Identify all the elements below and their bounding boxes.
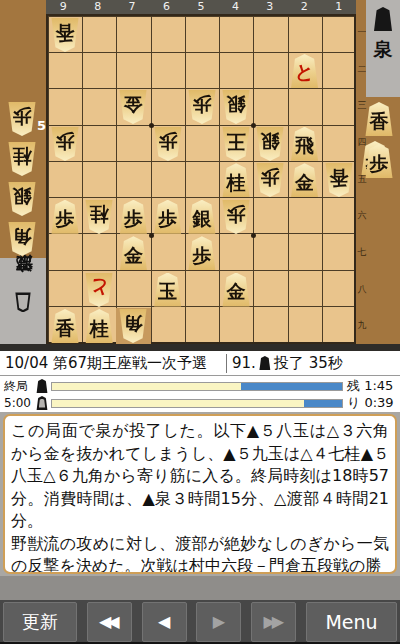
gote-hand-角: 角 bbox=[7, 222, 37, 256]
menu-button[interactable]: Menu bbox=[306, 602, 397, 642]
move-result: 91. 投了 35秒 bbox=[226, 354, 343, 373]
gote-remaining-time: り 0:39 bbox=[347, 394, 394, 412]
file-label-2: 2 bbox=[287, 0, 321, 14]
rank-label-9: 九 bbox=[356, 307, 368, 344]
rank-label-6: 六 bbox=[356, 197, 368, 234]
shogi-piece-香: 香 bbox=[50, 309, 80, 343]
result-text: 投了 35秒 bbox=[274, 354, 343, 373]
shogi-piece-歩: 歩 bbox=[255, 163, 285, 197]
sente-hand-香: 香 bbox=[364, 102, 394, 136]
shogi-piece-と: と bbox=[290, 54, 320, 88]
gote-hand-銀: 銀 bbox=[7, 182, 37, 216]
commentary-paragraph-2: 野獣流の攻めに対し、渡部が絶妙なしのぎから一気の反撃を決めた。次戦は村中六段－門… bbox=[11, 533, 389, 575]
shogi-piece-銀: 銀 bbox=[221, 90, 251, 124]
sente-player-panel: 泉 bbox=[366, 0, 400, 97]
gote-mark-icon bbox=[36, 396, 48, 410]
shogi-board[interactable]: 香と金歩銀歩歩王銀飛桂歩金香歩桂歩歩銀歩金歩と玉金香桂角 bbox=[46, 14, 356, 344]
shogi-piece-歩: 歩 bbox=[50, 127, 80, 161]
clock-section: 終局 残 1:45 5:00 り 0:39 bbox=[0, 376, 400, 412]
shogi-piece-歩: 歩 bbox=[118, 200, 148, 234]
sente-mark-icon bbox=[259, 356, 271, 370]
shogi-piece-歩: 歩 bbox=[153, 200, 183, 234]
gote-player-name: 渡部 bbox=[12, 286, 35, 288]
gote-clock-label: 5:00 bbox=[0, 396, 34, 410]
file-label-1: 1 bbox=[322, 0, 356, 14]
gote-time-bar bbox=[51, 399, 343, 408]
gote-hand-桂: 桂 bbox=[7, 142, 37, 176]
shogi-piece-金: 金 bbox=[118, 236, 148, 270]
sente-mark-icon bbox=[36, 379, 48, 393]
gote-hand-pawn-count: 5 bbox=[37, 118, 46, 133]
sente-clock-row: 終局 残 1:45 bbox=[0, 378, 400, 394]
board-bottom-divider bbox=[0, 344, 400, 351]
gote-clock-row: 5:00 り 0:39 bbox=[0, 395, 400, 411]
sente-time-bar bbox=[51, 382, 343, 391]
previous-move-button[interactable]: ◀ bbox=[142, 602, 187, 642]
shogi-piece-金: 金 bbox=[118, 90, 148, 124]
shogi-piece-歩: 歩 bbox=[187, 90, 217, 124]
shogi-piece-銀: 銀 bbox=[255, 127, 285, 161]
rank-label-8: 八 bbox=[356, 271, 368, 308]
bottom-toolbar: 更新 ◀◀ ◀ ▶ ▶▶ Menu bbox=[0, 600, 400, 642]
sente-remaining-time: 残 1:45 bbox=[347, 377, 393, 395]
shogi-piece-香: 香 bbox=[50, 18, 80, 52]
shogi-piece-玉: 玉 bbox=[153, 273, 183, 307]
shogi-piece-飛: 飛 bbox=[290, 127, 320, 161]
commentary-paragraph-1: この局面で泉が投了した。以下▲５八玉は△３六角から金を抜かれてしまうし、▲５九玉… bbox=[11, 420, 389, 533]
commentary-area: この局面で泉が投了した。以下▲５八玉は△３六角から金を抜かれてしまうし、▲５九玉… bbox=[0, 412, 400, 600]
sente-piece-icon bbox=[373, 7, 393, 31]
file-label-3: 3 bbox=[253, 0, 287, 14]
file-label-7: 7 bbox=[115, 0, 149, 14]
update-button[interactable]: 更新 bbox=[3, 602, 77, 642]
event-title: 10/04 第67期王座戦一次予選 bbox=[0, 354, 226, 373]
shogi-piece-銀: 銀 bbox=[187, 200, 217, 234]
shogi-piece-歩: 歩 bbox=[187, 236, 217, 270]
lower-gray-band bbox=[0, 576, 400, 600]
file-label-8: 8 bbox=[80, 0, 114, 14]
shogi-piece-と: と bbox=[84, 273, 114, 307]
fast-forward-button[interactable]: ▶▶ bbox=[251, 602, 296, 642]
hoshi-dot bbox=[149, 123, 154, 128]
shogi-piece-桂: 桂 bbox=[84, 200, 114, 234]
shogi-piece-王: 王 bbox=[221, 127, 251, 161]
shogi-app-screen: 987654321 香と金歩銀歩歩王銀飛桂歩金香歩桂歩歩銀歩金歩と玉金香桂角 一… bbox=[0, 0, 400, 644]
sente-player-name: 泉 bbox=[374, 37, 393, 63]
shogi-piece-香: 香 bbox=[324, 163, 354, 197]
hoshi-dot bbox=[251, 233, 256, 238]
rewind-to-start-button[interactable]: ◀◀ bbox=[87, 602, 132, 642]
hoshi-dot bbox=[251, 123, 256, 128]
file-label-9: 9 bbox=[46, 0, 80, 14]
next-move-button[interactable]: ▶ bbox=[196, 602, 241, 642]
sente-clock-label: 終局 bbox=[0, 378, 34, 395]
game-info-bar: 10/04 第67期王座戦一次予選 91. 投了 35秒 bbox=[0, 351, 400, 376]
shogi-piece-金: 金 bbox=[221, 273, 251, 307]
shogi-piece-桂: 桂 bbox=[221, 163, 251, 197]
commentary-box[interactable]: この局面で泉が投了した。以下▲５八玉は△３六角から金を抜かれてしまうし、▲５九玉… bbox=[3, 414, 397, 574]
file-label-6: 6 bbox=[149, 0, 183, 14]
file-label-4: 4 bbox=[218, 0, 252, 14]
hoshi-dot bbox=[149, 233, 154, 238]
move-number: 91. bbox=[232, 354, 256, 372]
shogi-piece-歩: 歩 bbox=[153, 127, 183, 161]
shogi-piece-金: 金 bbox=[290, 163, 320, 197]
gote-piece-icon bbox=[15, 293, 32, 313]
shogi-piece-歩: 歩 bbox=[50, 200, 80, 234]
shogi-piece-歩: 歩 bbox=[221, 200, 251, 234]
rank-label-7: 七 bbox=[356, 234, 368, 271]
file-labels: 987654321 bbox=[46, 0, 356, 14]
file-label-5: 5 bbox=[184, 0, 218, 14]
shogi-piece-桂: 桂 bbox=[84, 309, 114, 343]
gote-hand-歩: 歩 bbox=[7, 102, 37, 136]
gote-player-panel: 渡部 bbox=[0, 258, 46, 344]
